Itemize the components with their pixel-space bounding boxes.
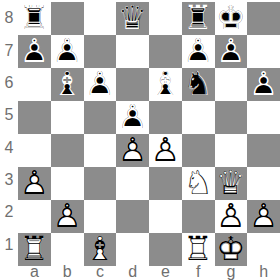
file-label-c: c (96, 264, 104, 280)
rank-label-8: 8 (5, 10, 14, 26)
square-a1[interactable]: ♜♖ (18, 233, 51, 266)
file-label-f: f (196, 264, 200, 280)
piece-black-king: ♚♔ (216, 1, 246, 34)
file-label-a: a (30, 264, 39, 280)
square-d4[interactable]: ♟♙ (116, 134, 149, 167)
square-g6[interactable] (215, 68, 248, 101)
rank-label-6: 6 (5, 75, 14, 91)
piece-black-queen: ♛♕ (118, 1, 148, 34)
file-label-h: h (259, 264, 268, 280)
board: ♜♖♛♕♜♖♚♔♟♙♟♙♟♙♟♙♝♗♟♙♝♗♞♘♟♙♟♙♟♙♟♙♟♙♞♘♛♕♟♙… (18, 2, 280, 265)
piece-white-king: ♚♔ (216, 232, 246, 265)
chess-diagram: 8 7 6 5 4 3 2 1 ♜♖♛♕♜♖♚♔♟♙♟♙♟♙♟♙♝♗♟♙♝♗♞♘… (0, 0, 280, 280)
square-g1[interactable]: ♚♔ (215, 233, 248, 266)
square-e8[interactable] (149, 2, 182, 35)
square-d3[interactable] (116, 167, 149, 200)
square-b2[interactable]: ♟♙ (51, 200, 84, 233)
square-c8[interactable] (84, 2, 117, 35)
square-e1[interactable] (149, 233, 182, 266)
square-h8[interactable] (247, 2, 280, 35)
square-h1[interactable] (247, 233, 280, 266)
square-c1[interactable]: ♝♗ (84, 233, 117, 266)
square-d1[interactable] (116, 233, 149, 266)
piece-black-bishop: ♝♗ (52, 67, 82, 100)
piece-white-pawn: ♟♙ (118, 133, 148, 166)
square-h4[interactable] (247, 134, 280, 167)
square-b6[interactable]: ♝♗ (51, 68, 84, 101)
square-c6[interactable]: ♟♙ (84, 68, 117, 101)
file-label-b: b (63, 264, 72, 280)
piece-white-queen: ♛♕ (216, 166, 246, 199)
square-a3[interactable]: ♟♙ (18, 167, 51, 200)
square-e6[interactable]: ♝♗ (149, 68, 182, 101)
piece-black-pawn: ♟♙ (20, 34, 50, 67)
square-c5[interactable] (84, 101, 117, 134)
piece-white-pawn: ♟♙ (249, 199, 279, 232)
file-label-g: g (226, 264, 235, 280)
rank-label-7: 7 (5, 43, 14, 59)
square-d8[interactable]: ♛♕ (116, 2, 149, 35)
rank-label-4: 4 (5, 140, 14, 156)
rank-labels: 8 7 6 5 4 3 2 1 (0, 2, 18, 261)
file-labels: a b c d e f g h (18, 264, 280, 280)
piece-white-rook: ♜♖ (183, 232, 213, 265)
rank-label-2: 2 (5, 204, 14, 220)
piece-black-rook: ♜♖ (183, 1, 213, 34)
piece-white-pawn: ♟♙ (151, 133, 181, 166)
square-a5[interactable] (18, 101, 51, 134)
piece-black-pawn: ♟♙ (183, 34, 213, 67)
square-b4[interactable] (51, 134, 84, 167)
piece-black-pawn: ♟♙ (249, 67, 279, 100)
square-f1[interactable]: ♜♖ (182, 233, 215, 266)
piece-white-bishop: ♝♗ (85, 232, 115, 265)
square-a7[interactable]: ♟♙ (18, 35, 51, 68)
file-label-d: d (128, 264, 137, 280)
square-d7[interactable] (116, 35, 149, 68)
square-e4[interactable]: ♟♙ (149, 134, 182, 167)
piece-white-pawn: ♟♙ (52, 199, 82, 232)
rank-label-5: 5 (5, 107, 14, 123)
rank-label-3: 3 (5, 172, 14, 188)
piece-white-rook: ♜♖ (20, 232, 50, 265)
rank-label-1: 1 (5, 237, 14, 253)
square-e2[interactable] (149, 200, 182, 233)
square-f5[interactable] (182, 101, 215, 134)
piece-black-pawn: ♟♙ (85, 67, 115, 100)
piece-black-pawn: ♟♙ (216, 34, 246, 67)
piece-white-knight: ♞♘ (183, 166, 213, 199)
square-a6[interactable] (18, 68, 51, 101)
piece-black-knight: ♞♘ (183, 67, 213, 100)
file-label-e: e (161, 264, 170, 280)
square-e3[interactable] (149, 167, 182, 200)
square-h5[interactable] (247, 101, 280, 134)
square-f3[interactable]: ♞♘ (182, 167, 215, 200)
piece-black-rook: ♜♖ (20, 1, 50, 34)
piece-black-pawn: ♟♙ (52, 34, 82, 67)
piece-white-pawn: ♟♙ (216, 199, 246, 232)
square-g7[interactable]: ♟♙ (215, 35, 248, 68)
piece-white-pawn: ♟♙ (20, 166, 50, 199)
square-h6[interactable]: ♟♙ (247, 68, 280, 101)
square-b1[interactable] (51, 233, 84, 266)
piece-black-bishop: ♝♗ (151, 67, 181, 100)
piece-black-pawn: ♟♙ (118, 100, 148, 133)
square-c4[interactable] (84, 134, 117, 167)
square-f6[interactable]: ♞♘ (182, 68, 215, 101)
square-b5[interactable] (51, 101, 84, 134)
square-g5[interactable] (215, 101, 248, 134)
square-d2[interactable] (116, 200, 149, 233)
square-h2[interactable]: ♟♙ (247, 200, 280, 233)
square-c3[interactable] (84, 167, 117, 200)
